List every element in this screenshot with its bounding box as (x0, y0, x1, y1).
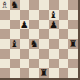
square-f6[interactable]: ♟ (49, 20, 59, 30)
square-f4[interactable] (49, 39, 59, 49)
square-b6[interactable] (10, 20, 20, 30)
square-c6[interactable]: ♟ (20, 20, 30, 30)
square-e7[interactable] (39, 10, 49, 20)
square-d8[interactable] (29, 0, 39, 10)
square-h6[interactable] (68, 20, 78, 30)
square-b2[interactable] (10, 59, 20, 69)
piece-black-rook-h4: ♜ (69, 39, 78, 49)
square-e3[interactable] (39, 49, 49, 59)
square-g6[interactable] (59, 20, 69, 30)
square-a4[interactable] (0, 39, 10, 49)
square-d1[interactable] (29, 68, 39, 78)
square-h1[interactable] (68, 68, 78, 78)
square-g4[interactable] (59, 39, 69, 49)
square-h8[interactable] (68, 0, 78, 10)
square-a7[interactable] (0, 10, 10, 20)
square-h3[interactable] (68, 49, 78, 59)
square-a2[interactable] (0, 59, 10, 69)
square-e6[interactable] (39, 20, 49, 30)
square-g8[interactable] (59, 0, 69, 10)
square-d5[interactable] (29, 29, 39, 39)
square-c4[interactable] (20, 39, 30, 49)
square-a8[interactable]: ♗ (0, 0, 10, 10)
square-d7[interactable] (29, 10, 39, 20)
square-g7[interactable] (59, 10, 69, 20)
piece-white-bishop-a8: ♗ (1, 0, 10, 9)
square-g1[interactable] (59, 68, 69, 78)
square-h4[interactable]: ♜ (68, 39, 78, 49)
square-d6[interactable] (29, 20, 39, 30)
square-f7[interactable]: ♝ (49, 10, 59, 20)
piece-black-knight-b8: ♞ (10, 0, 19, 9)
square-c7[interactable] (20, 10, 30, 20)
square-c3[interactable] (20, 49, 30, 59)
square-e4[interactable] (39, 39, 49, 49)
square-a5[interactable] (0, 29, 10, 39)
square-g5[interactable] (59, 29, 69, 39)
square-e8[interactable] (39, 0, 49, 10)
square-h5[interactable] (68, 29, 78, 39)
square-b4[interactable]: ♝ (10, 39, 20, 49)
square-f2[interactable] (49, 59, 59, 69)
piece-black-knight-d4: ♞ (30, 39, 39, 49)
square-a3[interactable] (0, 49, 10, 59)
chess-diagram: ♗♞♝♟♟♝♞♜♜ (0, 0, 80, 80)
piece-black-pawn-c6: ♟ (20, 19, 29, 29)
square-d4[interactable]: ♞ (29, 39, 39, 49)
square-b3[interactable] (10, 49, 20, 59)
square-c5[interactable] (20, 29, 30, 39)
square-f5[interactable] (49, 29, 59, 39)
square-a6[interactable] (0, 20, 10, 30)
square-e2[interactable] (39, 59, 49, 69)
piece-black-pawn-f6: ♟ (49, 19, 58, 29)
square-c1[interactable] (20, 68, 30, 78)
square-f1[interactable] (49, 68, 59, 78)
piece-black-rook-e1: ♜ (40, 68, 49, 78)
square-c2[interactable] (20, 59, 30, 69)
square-a1[interactable] (0, 68, 10, 78)
square-h2[interactable] (68, 59, 78, 69)
square-c8[interactable] (20, 0, 30, 10)
square-b1[interactable] (10, 68, 20, 78)
square-e1[interactable]: ♜ (39, 68, 49, 78)
square-h7[interactable] (68, 10, 78, 20)
square-g3[interactable] (59, 49, 69, 59)
chess-board: ♗♞♝♟♟♝♞♜♜ (0, 0, 80, 80)
square-d2[interactable] (29, 59, 39, 69)
square-f3[interactable] (49, 49, 59, 59)
square-b7[interactable] (10, 10, 20, 20)
square-b8[interactable]: ♞ (10, 0, 20, 10)
piece-black-bishop-f7: ♝ (49, 9, 58, 19)
square-d3[interactable] (29, 49, 39, 59)
square-f8[interactable] (49, 0, 59, 10)
square-g2[interactable] (59, 59, 69, 69)
square-b5[interactable] (10, 29, 20, 39)
square-e5[interactable] (39, 29, 49, 39)
piece-black-bishop-b4: ♝ (10, 39, 19, 49)
